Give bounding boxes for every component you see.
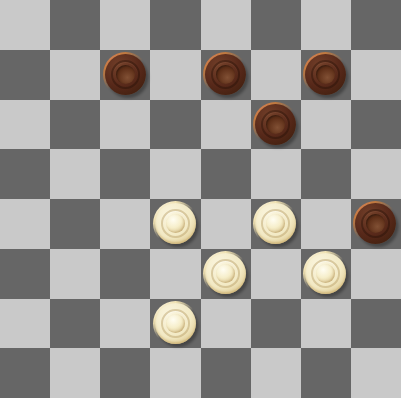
square-f2[interactable] <box>251 299 301 349</box>
light-checker[interactable] <box>155 203 196 244</box>
square-h7 <box>351 50 401 100</box>
square-f7 <box>251 50 301 100</box>
square-h1 <box>351 348 401 398</box>
checker-inner <box>266 115 285 134</box>
square-d4[interactable] <box>150 199 200 249</box>
square-a4 <box>0 199 50 249</box>
square-c3[interactable] <box>100 249 150 299</box>
square-b7 <box>50 50 100 100</box>
square-g5[interactable] <box>301 149 351 199</box>
square-g7[interactable] <box>301 50 351 100</box>
square-e5[interactable] <box>201 149 251 199</box>
square-h6[interactable] <box>351 100 401 150</box>
light-checker[interactable] <box>155 303 196 344</box>
square-e8 <box>201 0 251 50</box>
square-f5 <box>251 149 301 199</box>
square-c1[interactable] <box>100 348 150 398</box>
square-b4[interactable] <box>50 199 100 249</box>
square-a2 <box>0 299 50 349</box>
checker-inner <box>116 65 135 84</box>
square-e7[interactable] <box>201 50 251 100</box>
dark-checker[interactable] <box>105 54 146 95</box>
square-g4 <box>301 199 351 249</box>
checkers-board <box>0 0 401 398</box>
square-f1 <box>251 348 301 398</box>
square-b8[interactable] <box>50 0 100 50</box>
square-h2[interactable] <box>351 299 401 349</box>
square-d8[interactable] <box>150 0 200 50</box>
square-a5[interactable] <box>0 149 50 199</box>
square-g2 <box>301 299 351 349</box>
light-checker[interactable] <box>305 253 346 294</box>
square-a1[interactable] <box>0 348 50 398</box>
square-b5 <box>50 149 100 199</box>
square-c8 <box>100 0 150 50</box>
square-c4 <box>100 199 150 249</box>
square-f6[interactable] <box>251 100 301 150</box>
square-c7[interactable] <box>100 50 150 100</box>
dark-checker[interactable] <box>205 54 246 95</box>
square-h3 <box>351 249 401 299</box>
square-g3[interactable] <box>301 249 351 299</box>
light-checker[interactable] <box>205 253 246 294</box>
square-e6 <box>201 100 251 150</box>
square-f4[interactable] <box>251 199 301 249</box>
square-f8[interactable] <box>251 0 301 50</box>
square-a7[interactable] <box>0 50 50 100</box>
square-b1 <box>50 348 100 398</box>
square-d2[interactable] <box>150 299 200 349</box>
square-a6 <box>0 100 50 150</box>
square-d3 <box>150 249 200 299</box>
light-checker[interactable] <box>255 203 296 244</box>
square-d7 <box>150 50 200 100</box>
square-e1[interactable] <box>201 348 251 398</box>
checker-inner <box>166 314 185 333</box>
square-h5 <box>351 149 401 199</box>
square-c2 <box>100 299 150 349</box>
square-g1[interactable] <box>301 348 351 398</box>
square-g8 <box>301 0 351 50</box>
square-e4 <box>201 199 251 249</box>
square-b2[interactable] <box>50 299 100 349</box>
square-c5[interactable] <box>100 149 150 199</box>
square-h4[interactable] <box>351 199 401 249</box>
square-e3[interactable] <box>201 249 251 299</box>
square-c6 <box>100 100 150 150</box>
square-h8[interactable] <box>351 0 401 50</box>
square-g6 <box>301 100 351 150</box>
dark-checker[interactable] <box>355 203 396 244</box>
square-b3 <box>50 249 100 299</box>
dark-checker[interactable] <box>255 104 296 145</box>
square-b6[interactable] <box>50 100 100 150</box>
square-d6[interactable] <box>150 100 200 150</box>
square-a3[interactable] <box>0 249 50 299</box>
square-e2 <box>201 299 251 349</box>
square-a8 <box>0 0 50 50</box>
square-d5 <box>150 149 200 199</box>
square-d1 <box>150 348 200 398</box>
dark-checker[interactable] <box>305 54 346 95</box>
square-f3 <box>251 249 301 299</box>
